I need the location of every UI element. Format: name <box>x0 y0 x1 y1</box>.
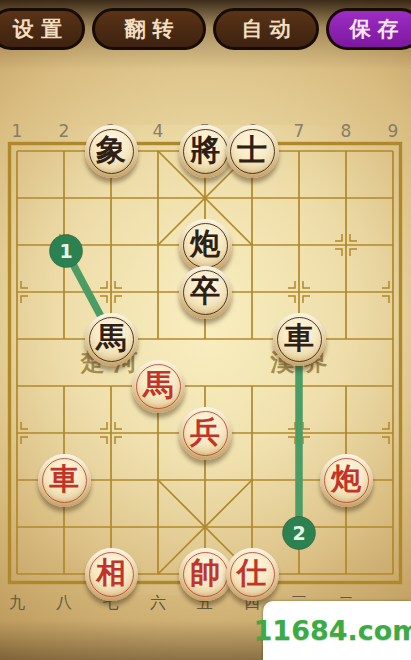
piece-black-chariot[interactable]: 車 <box>273 313 326 366</box>
piece-grid: 象將士炮卒馬車馬兵車炮相帥仕 <box>0 128 411 598</box>
auto-play-button[interactable]: 自动 <box>213 8 319 50</box>
piece-character: 帥 <box>190 558 220 588</box>
settings-button[interactable]: 设置 <box>0 8 85 50</box>
app-screen: 楚河 漢界 123456789 九八七六五四三二一 12 象將士炮卒馬車馬兵車炮… <box>0 0 411 660</box>
piece-black-advisor[interactable]: 士 <box>226 125 279 178</box>
piece-character: 士 <box>237 135 267 165</box>
piece-red-chariot[interactable]: 車 <box>38 454 91 507</box>
piece-character: 馬 <box>143 370 173 400</box>
piece-black-elephant[interactable]: 象 <box>85 125 138 178</box>
piece-character: 相 <box>96 558 126 588</box>
piece-character: 馬 <box>96 323 126 353</box>
piece-black-soldier[interactable]: 卒 <box>179 266 232 319</box>
piece-black-horse[interactable]: 馬 <box>85 313 138 366</box>
piece-character: 兵 <box>190 417 220 447</box>
piece-character: 將 <box>190 135 220 165</box>
piece-character: 象 <box>96 135 126 165</box>
toolbar: 设置 翻转 自动 保存 <box>0 8 411 50</box>
piece-character: 車 <box>49 464 79 494</box>
piece-character: 仕 <box>237 558 267 588</box>
piece-red-soldier[interactable]: 兵 <box>179 407 232 460</box>
piece-red-advisor[interactable]: 仕 <box>226 548 279 601</box>
piece-black-cannon[interactable]: 炮 <box>179 219 232 272</box>
piece-character: 炮 <box>190 229 220 259</box>
piece-red-cannon[interactable]: 炮 <box>320 454 373 507</box>
piece-character: 炮 <box>331 464 361 494</box>
piece-black-general[interactable]: 將 <box>179 125 232 178</box>
piece-red-horse[interactable]: 馬 <box>132 360 185 413</box>
flip-board-button[interactable]: 翻转 <box>92 8 206 50</box>
watermark-text: 11684.com <box>254 615 411 646</box>
save-button[interactable]: 保存 <box>326 8 411 50</box>
piece-red-general[interactable]: 帥 <box>179 548 232 601</box>
piece-character: 卒 <box>190 276 220 306</box>
piece-character: 車 <box>284 323 314 353</box>
watermark-banner: 11684.com <box>263 601 411 660</box>
piece-red-elephant[interactable]: 相 <box>85 548 138 601</box>
